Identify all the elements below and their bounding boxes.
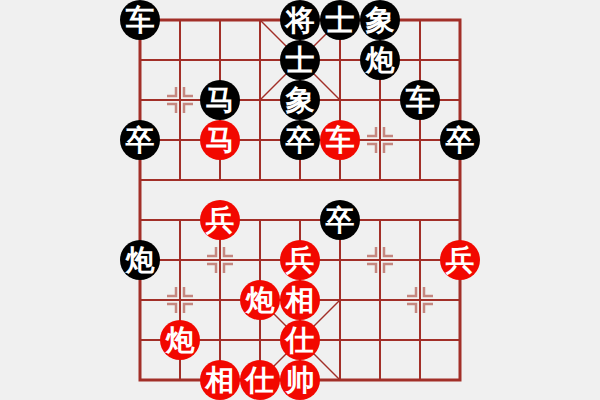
- piece-red-cannon[interactable]: 炮: [160, 320, 200, 360]
- piece-black-cannon[interactable]: 炮: [120, 240, 160, 280]
- piece-red-advisor[interactable]: 仕: [240, 360, 280, 400]
- piece-black-soldier[interactable]: 卒: [280, 120, 320, 160]
- piece-black-chariot[interactable]: 车: [120, 0, 160, 40]
- piece-black-general[interactable]: 将: [280, 0, 320, 40]
- piece-black-soldier[interactable]: 卒: [440, 120, 480, 160]
- piece-black-cannon[interactable]: 炮: [360, 40, 400, 80]
- xiangqi-board: 车将士象士炮马象车卒马卒车卒兵卒炮兵兵炮相炮仕相仕帅: [0, 0, 600, 400]
- piece-red-horse[interactable]: 马: [200, 120, 240, 160]
- piece-black-chariot[interactable]: 车: [400, 80, 440, 120]
- pieces-layer: 车将士象士炮马象车卒马卒车卒兵卒炮兵兵炮相炮仕相仕帅: [120, 0, 480, 400]
- piece-black-advisor[interactable]: 士: [280, 40, 320, 80]
- piece-black-soldier[interactable]: 卒: [320, 200, 360, 240]
- piece-red-advisor[interactable]: 仕: [280, 320, 320, 360]
- piece-black-advisor[interactable]: 士: [320, 0, 360, 40]
- piece-red-elephant[interactable]: 相: [280, 280, 320, 320]
- piece-black-soldier[interactable]: 卒: [120, 120, 160, 160]
- piece-red-soldier[interactable]: 兵: [440, 240, 480, 280]
- piece-red-chariot[interactable]: 车: [320, 120, 360, 160]
- piece-red-general[interactable]: 帅: [280, 360, 320, 400]
- piece-red-soldier[interactable]: 兵: [200, 200, 240, 240]
- piece-black-horse[interactable]: 马: [200, 80, 240, 120]
- piece-black-elephant[interactable]: 象: [280, 80, 320, 120]
- piece-red-cannon[interactable]: 炮: [240, 280, 280, 320]
- piece-red-elephant[interactable]: 相: [200, 360, 240, 400]
- piece-black-elephant[interactable]: 象: [360, 0, 400, 40]
- piece-red-soldier[interactable]: 兵: [280, 240, 320, 280]
